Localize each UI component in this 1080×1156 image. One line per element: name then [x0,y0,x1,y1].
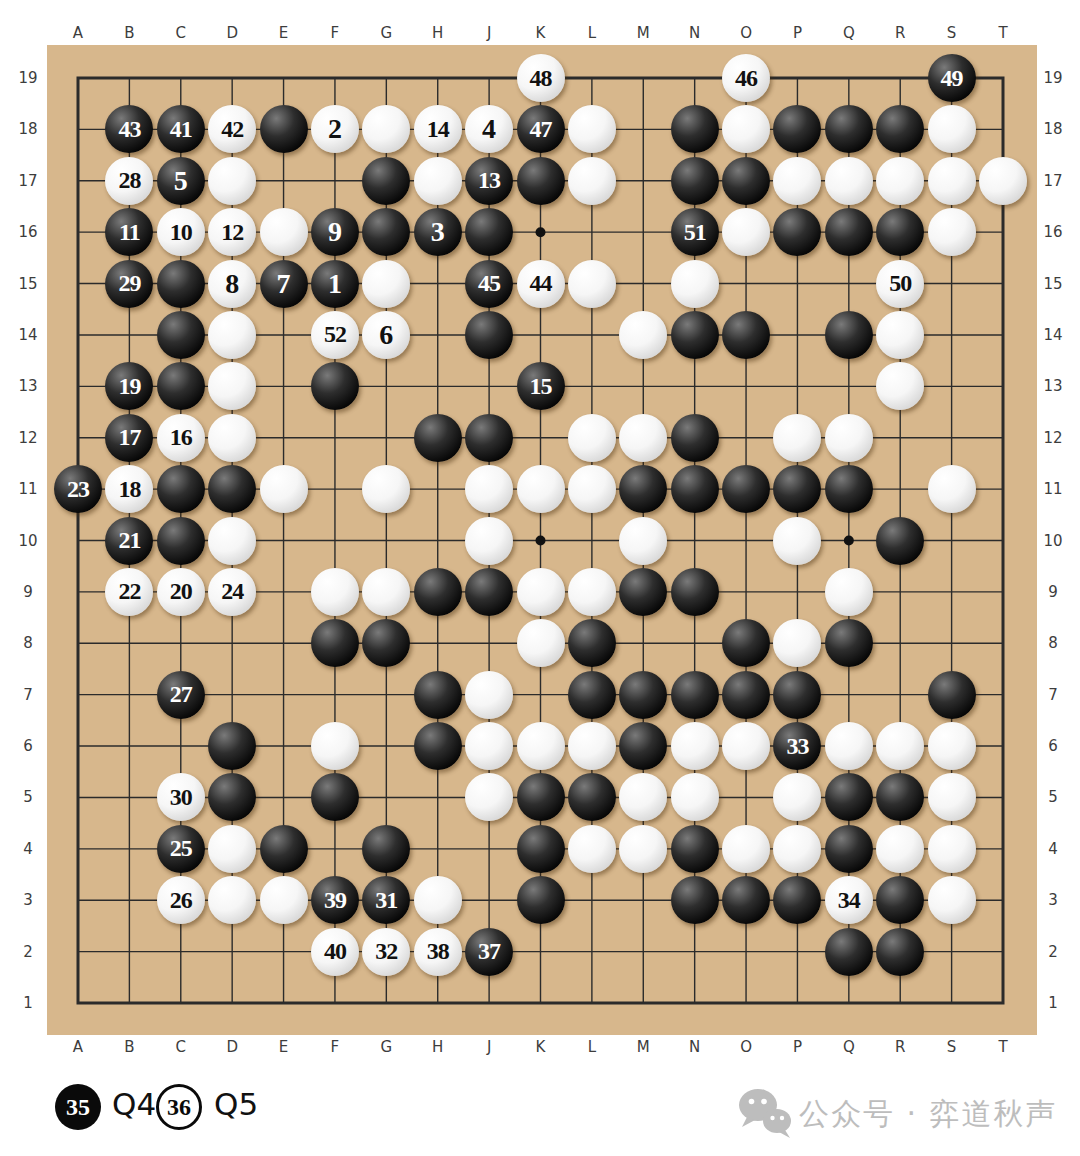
stone-E3 [260,876,308,924]
stone-A11: 23 [54,465,102,513]
stone-C4: 25 [157,825,205,873]
stone-D9: 24 [208,568,256,616]
stone-M10 [619,517,667,565]
stone-C12: 16 [157,414,205,462]
stone-E11 [260,465,308,513]
col-label-top-P: P [782,23,812,43]
row-label-right-9: 9 [1038,582,1068,602]
move-number: 16 [170,424,192,451]
col-label-top-M: M [628,23,658,43]
stone-N12 [671,414,719,462]
stone-K19: 48 [517,54,565,102]
col-label-top-E: E [269,23,299,43]
col-label-bottom-S: S [937,1037,967,1057]
row-label-left-11: 11 [13,479,43,499]
move-number: 3 [431,216,445,248]
col-label-bottom-D: D [217,1037,247,1057]
stone-O4 [722,825,770,873]
stone-G9 [362,568,410,616]
col-label-top-G: G [371,23,401,43]
col-label-top-B: B [114,23,144,43]
col-label-bottom-J: J [474,1037,504,1057]
row-label-left-8: 8 [13,633,43,653]
stone-Q2 [825,928,873,976]
stone-N16: 51 [671,208,719,256]
stone-D17 [208,157,256,205]
stone-L12 [568,414,616,462]
col-label-bottom-R: R [885,1037,915,1057]
move-number: 33 [786,733,808,760]
col-label-top-H: H [423,23,453,43]
caption-point-q5: Q5 [214,1086,258,1122]
row-label-right-4: 4 [1038,839,1068,859]
stone-C5: 30 [157,773,205,821]
stone-C7: 27 [157,671,205,719]
stone-J12 [465,414,513,462]
stone-O19: 46 [722,54,770,102]
move-number: 37 [478,938,500,965]
move-number: 7 [277,268,291,300]
stone-C17: 5 [157,157,205,205]
move-number: 41 [170,116,192,143]
stone-N5 [671,773,719,821]
row-label-right-3: 3 [1038,890,1068,910]
stone-D4 [208,825,256,873]
stone-D15: 8 [208,260,256,308]
move-number: 8 [225,268,239,300]
stone-H18: 14 [414,105,462,153]
stone-H6 [414,722,462,770]
move-number: 1 [328,268,342,300]
stone-O3 [722,876,770,924]
stone-S19: 49 [928,54,976,102]
col-label-top-D: D [217,23,247,43]
stone-E4 [260,825,308,873]
stone-N14 [671,311,719,359]
col-label-top-K: K [526,23,556,43]
stone-N18 [671,105,719,153]
stone-S3 [928,876,976,924]
move-caption: 35 Q4 36 Q5 [0,1078,740,1138]
stone-H7 [414,671,462,719]
col-label-bottom-P: P [782,1037,812,1057]
stone-J9 [465,568,513,616]
move-number: 29 [118,270,140,297]
row-label-left-15: 15 [13,274,43,294]
stone-C13 [157,362,205,410]
row-label-left-19: 19 [13,68,43,88]
stone-M6 [619,722,667,770]
stone-S6 [928,722,976,770]
stone-L15 [568,260,616,308]
move-number: 32 [375,938,397,965]
row-label-right-2: 2 [1038,942,1068,962]
stone-J15: 45 [465,260,513,308]
stone-B15: 29 [105,260,153,308]
stone-F9 [311,568,359,616]
row-label-left-7: 7 [13,685,43,705]
stone-O14 [722,311,770,359]
stone-D12 [208,414,256,462]
stone-O6 [722,722,770,770]
row-label-right-7: 7 [1038,685,1068,705]
move-number: 12 [221,219,243,246]
col-label-bottom-F: F [320,1037,350,1057]
stone-C9: 20 [157,568,205,616]
stone-L5 [568,773,616,821]
stone-G14: 6 [362,311,410,359]
stone-J7 [465,671,513,719]
move-number: 45 [478,270,500,297]
stone-K18: 47 [517,105,565,153]
stone-S7 [928,671,976,719]
stone-G4 [362,825,410,873]
stone-D16: 12 [208,208,256,256]
row-label-left-5: 5 [13,787,43,807]
caption-move-36: 36 [167,1094,191,1121]
stone-D11 [208,465,256,513]
row-label-right-17: 17 [1038,171,1068,191]
row-label-left-2: 2 [13,942,43,962]
stone-B17: 28 [105,157,153,205]
move-number: 48 [530,65,552,92]
stone-K13: 15 [517,362,565,410]
col-label-top-R: R [885,23,915,43]
move-number: 49 [941,65,963,92]
stone-Q3: 34 [825,876,873,924]
move-number: 5 [174,165,188,197]
stone-K11 [517,465,565,513]
move-number: 4 [482,113,496,145]
stone-B12: 17 [105,414,153,462]
row-label-left-18: 18 [13,119,43,139]
stone-H16: 3 [414,208,462,256]
col-label-top-O: O [731,23,761,43]
stone-F13 [311,362,359,410]
stone-H9 [414,568,462,616]
move-number: 42 [221,116,243,143]
move-number: 50 [889,270,911,297]
stone-N7 [671,671,719,719]
stone-F2: 40 [311,928,359,976]
move-number: 13 [478,167,500,194]
row-label-right-16: 16 [1038,222,1068,242]
col-label-top-A: A [63,23,93,43]
stone-G2: 32 [362,928,410,976]
stone-E15: 7 [260,260,308,308]
move-number: 52 [324,321,346,348]
col-label-top-T: T [988,23,1018,43]
move-number: 38 [427,938,449,965]
stone-K5 [517,773,565,821]
row-label-right-8: 8 [1038,633,1068,653]
stone-M12 [619,414,667,462]
move-number: 26 [170,887,192,914]
col-label-bottom-E: E [269,1037,299,1057]
stone-P7 [773,671,821,719]
col-label-top-J: J [474,23,504,43]
stone-F3: 39 [311,876,359,924]
row-label-right-15: 15 [1038,274,1068,294]
stone-H12 [414,414,462,462]
stone-P17 [773,157,821,205]
stone-F16: 9 [311,208,359,256]
col-label-bottom-N: N [680,1037,710,1057]
stone-C18: 41 [157,105,205,153]
col-label-top-N: N [680,23,710,43]
row-label-left-6: 6 [13,736,43,756]
move-number: 51 [684,219,706,246]
col-label-bottom-K: K [526,1037,556,1057]
row-label-right-5: 5 [1038,787,1068,807]
stone-N15 [671,260,719,308]
stone-E18 [260,105,308,153]
stone-P10 [773,517,821,565]
stone-G17 [362,157,410,205]
stone-S18 [928,105,976,153]
stone-J16 [465,208,513,256]
stone-M14 [619,311,667,359]
stone-R17 [876,157,924,205]
stone-J14 [465,311,513,359]
stone-J10 [465,517,513,565]
stone-H2: 38 [414,928,462,976]
move-number: 25 [170,835,192,862]
stone-J11 [465,465,513,513]
stone-C15 [157,260,205,308]
col-label-top-C: C [166,23,196,43]
stone-M7 [619,671,667,719]
stone-O11 [722,465,770,513]
col-label-bottom-C: C [166,1037,196,1057]
move-number: 40 [324,938,346,965]
stone-Q11 [825,465,873,513]
stone-D10 [208,517,256,565]
row-label-left-12: 12 [13,428,43,448]
stone-Q4 [825,825,873,873]
stone-R2 [876,928,924,976]
go-diagram-page: AABBCCDDEEFFGGHHJJKKLLMMNNOOPPQQRRSSTT19… [0,0,1080,1156]
row-label-right-1: 1 [1038,993,1068,1013]
move-number: 2 [328,113,342,145]
stone-F18: 2 [311,105,359,153]
row-label-right-6: 6 [1038,736,1068,756]
stone-S17 [928,157,976,205]
stone-O8 [722,619,770,667]
stone-M4 [619,825,667,873]
stone-B9: 22 [105,568,153,616]
move-number: 18 [118,476,140,503]
stone-S4 [928,825,976,873]
row-label-left-3: 3 [13,890,43,910]
stone-D14 [208,311,256,359]
stone-Q8 [825,619,873,667]
row-label-right-10: 10 [1038,531,1068,551]
stone-O7 [722,671,770,719]
stone-P4 [773,825,821,873]
move-number: 6 [379,319,393,351]
stone-H3 [414,876,462,924]
row-label-right-12: 12 [1038,428,1068,448]
col-label-bottom-H: H [423,1037,453,1057]
caption-white-stone: 36 [156,1084,202,1130]
col-label-bottom-M: M [628,1037,658,1057]
col-label-bottom-T: T [988,1037,1018,1057]
stone-Q5 [825,773,873,821]
col-label-bottom-L: L [577,1037,607,1057]
col-label-bottom-Q: Q [834,1037,864,1057]
caption-point-q4: Q4 [112,1086,156,1122]
stone-L4 [568,825,616,873]
stone-C14 [157,311,205,359]
row-label-right-14: 14 [1038,325,1068,345]
stone-K3 [517,876,565,924]
stone-M9 [619,568,667,616]
move-number: 11 [119,219,140,246]
row-label-left-4: 4 [13,839,43,859]
watermark-text: 公众号 · 弈道秋声 [799,1094,1058,1135]
col-label-bottom-B: B [114,1037,144,1057]
move-number: 19 [118,373,140,400]
col-label-bottom-G: G [371,1037,401,1057]
stone-S5 [928,773,976,821]
stone-L8 [568,619,616,667]
stone-S11 [928,465,976,513]
stone-F6 [311,722,359,770]
move-number: 20 [170,578,192,605]
stone-Q18 [825,105,873,153]
col-label-top-Q: Q [834,23,864,43]
stone-N9 [671,568,719,616]
stone-T17 [979,157,1027,205]
row-label-left-10: 10 [13,531,43,551]
stone-E16 [260,208,308,256]
col-label-top-L: L [577,23,607,43]
watermark: 公众号 · 弈道秋声 [735,1082,1075,1142]
stone-C3: 26 [157,876,205,924]
stone-K17 [517,157,565,205]
stone-J6 [465,722,513,770]
stone-R10 [876,517,924,565]
move-number: 15 [530,373,552,400]
stone-N6 [671,722,719,770]
stone-L11 [568,465,616,513]
move-number: 14 [427,116,449,143]
row-label-left-16: 16 [13,222,43,242]
move-number: 44 [530,270,552,297]
row-label-left-17: 17 [13,171,43,191]
move-number: 30 [170,784,192,811]
row-label-left-13: 13 [13,376,43,396]
stone-O16 [722,208,770,256]
row-label-left-9: 9 [13,582,43,602]
stone-N17 [671,157,719,205]
move-number: 9 [328,216,342,248]
wechat-icon [735,1086,795,1140]
stone-C10 [157,517,205,565]
stone-L9 [568,568,616,616]
stone-N11 [671,465,719,513]
stone-Q16 [825,208,873,256]
stone-Q6 [825,722,873,770]
stone-F14: 52 [311,311,359,359]
row-label-left-1: 1 [13,993,43,1013]
row-label-left-14: 14 [13,325,43,345]
stone-C16: 10 [157,208,205,256]
move-number: 22 [118,578,140,605]
stone-K4 [517,825,565,873]
stone-Q9 [825,568,873,616]
row-label-right-13: 13 [1038,376,1068,396]
stone-B10: 21 [105,517,153,565]
row-label-right-11: 11 [1038,479,1068,499]
stone-K8 [517,619,565,667]
stone-K6 [517,722,565,770]
caption-black-stone: 35 [55,1084,101,1130]
move-number: 24 [221,578,243,605]
stone-N4 [671,825,719,873]
col-label-bottom-O: O [731,1037,761,1057]
stone-L6 [568,722,616,770]
stone-N3 [671,876,719,924]
stone-D6 [208,722,256,770]
move-number: 10 [170,219,192,246]
stone-S16 [928,208,976,256]
stone-R6 [876,722,924,770]
stone-O17 [722,157,770,205]
stone-J2: 37 [465,928,513,976]
move-number: 43 [118,116,140,143]
stone-F8 [311,619,359,667]
col-label-top-S: S [937,23,967,43]
stone-F15: 1 [311,260,359,308]
stone-Q12 [825,414,873,462]
move-number: 28 [118,167,140,194]
stone-R14 [876,311,924,359]
move-number: 27 [170,681,192,708]
move-number: 31 [375,887,397,914]
row-label-right-19: 19 [1038,68,1068,88]
stone-R15: 50 [876,260,924,308]
stone-K9 [517,568,565,616]
stone-R4 [876,825,924,873]
caption-move-35: 35 [66,1094,90,1121]
col-label-bottom-A: A [63,1037,93,1057]
row-label-right-18: 18 [1038,119,1068,139]
stone-H17 [414,157,462,205]
stone-J17: 13 [465,157,513,205]
stone-L7 [568,671,616,719]
stone-K15: 44 [517,260,565,308]
move-number: 39 [324,887,346,914]
stone-P12 [773,414,821,462]
move-number: 34 [838,887,860,914]
move-number: 21 [118,527,140,554]
move-number: 47 [530,116,552,143]
stone-Q17 [825,157,873,205]
stone-L17 [568,157,616,205]
col-label-top-F: F [320,23,350,43]
move-number: 17 [118,424,140,451]
stone-G15 [362,260,410,308]
stone-C11 [157,465,205,513]
stone-L18 [568,105,616,153]
move-number: 23 [67,476,89,503]
stone-Q14 [825,311,873,359]
move-number: 46 [735,65,757,92]
